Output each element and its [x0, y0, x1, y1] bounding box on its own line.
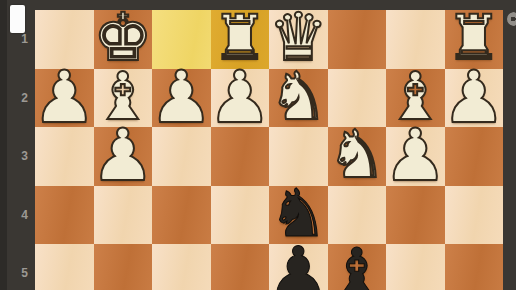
square-a5[interactable]: [445, 244, 504, 290]
square-e2[interactable]: ♟: [211, 69, 270, 128]
square-h4[interactable]: [35, 186, 94, 245]
piece-black-pawn-d5[interactable]: ♟: [266, 237, 331, 290]
rank-label-4: 4: [0, 186, 28, 245]
square-f4[interactable]: [152, 186, 211, 245]
square-e4[interactable]: [211, 186, 270, 245]
piece-black-bishop-c5[interactable]: ♝: [327, 240, 386, 290]
piece-white-knight-d2[interactable]: ♞: [269, 64, 328, 130]
rank-label-5: 5: [0, 244, 28, 290]
square-b3[interactable]: ♟: [386, 127, 445, 186]
square-f5[interactable]: [152, 244, 211, 290]
square-c1[interactable]: [328, 10, 387, 69]
square-b5[interactable]: [386, 244, 445, 290]
square-h5[interactable]: [35, 244, 94, 290]
square-g3[interactable]: ♟: [94, 127, 153, 186]
square-g4[interactable]: [94, 186, 153, 245]
piece-white-pawn-b3[interactable]: ♟: [383, 119, 448, 191]
square-a3[interactable]: [445, 127, 504, 186]
piece-white-pawn-h2[interactable]: ♟: [32, 61, 97, 133]
settings-gear-icon[interactable]: [507, 12, 516, 26]
square-a2[interactable]: ♟: [445, 69, 504, 128]
piece-white-pawn-g3[interactable]: ♟: [90, 119, 155, 191]
square-f3[interactable]: [152, 127, 211, 186]
chess-board-screenshot: 12345 ♚♜♛♜♟♝♟♟♞♝♟♟♞♟♞♟♝: [0, 0, 516, 290]
square-d5[interactable]: ♟: [269, 244, 328, 290]
square-e3[interactable]: [211, 127, 270, 186]
rank-label-3: 3: [0, 127, 28, 186]
square-d2[interactable]: ♞: [269, 69, 328, 128]
piece-white-knight-c3[interactable]: ♞: [327, 122, 386, 188]
square-c5[interactable]: ♝: [328, 244, 387, 290]
piece-white-pawn-e2[interactable]: ♟: [207, 61, 272, 133]
square-h2[interactable]: ♟: [35, 69, 94, 128]
piece-white-pawn-a2[interactable]: ♟: [441, 61, 506, 133]
rank-label-2: 2: [0, 69, 28, 128]
square-h3[interactable]: [35, 127, 94, 186]
square-e5[interactable]: [211, 244, 270, 290]
rank-label-1: 1: [0, 10, 28, 69]
board[interactable]: ♚♜♛♜♟♝♟♟♞♝♟♟♞♟♞♟♝: [35, 10, 503, 290]
square-c3[interactable]: ♞: [328, 127, 387, 186]
square-b4[interactable]: [386, 186, 445, 245]
square-g5[interactable]: [94, 244, 153, 290]
square-f2[interactable]: ♟: [152, 69, 211, 128]
piece-white-pawn-f2[interactable]: ♟: [149, 61, 214, 133]
square-a4[interactable]: [445, 186, 504, 245]
